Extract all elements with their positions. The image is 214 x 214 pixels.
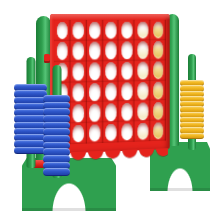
empty-hole bbox=[153, 62, 164, 79]
disc-rings bbox=[180, 80, 204, 138]
empty-hole bbox=[73, 22, 84, 39]
board-cell bbox=[87, 20, 103, 41]
board-cell bbox=[103, 81, 119, 102]
board-grid bbox=[54, 20, 166, 145]
board-cell bbox=[150, 40, 166, 60]
board-cell bbox=[54, 41, 70, 62]
empty-hole bbox=[137, 42, 148, 59]
empty-hole bbox=[105, 83, 116, 100]
empty-hole bbox=[137, 21, 148, 38]
board-cell bbox=[150, 60, 166, 80]
board-cell bbox=[70, 123, 86, 144]
empty-hole bbox=[121, 62, 132, 79]
empty-hole bbox=[121, 123, 132, 141]
empty-hole bbox=[153, 42, 164, 59]
board-cell bbox=[103, 122, 119, 143]
board-cell bbox=[150, 100, 166, 121]
board-cell bbox=[135, 40, 151, 60]
board-cell bbox=[119, 40, 135, 61]
board-cell bbox=[135, 121, 151, 142]
board-cell bbox=[135, 20, 151, 40]
board-cell bbox=[103, 20, 119, 41]
board-cell bbox=[119, 20, 135, 40]
board-cell bbox=[150, 20, 166, 40]
empty-hole bbox=[121, 82, 132, 99]
empty-hole bbox=[105, 42, 116, 59]
board-cell bbox=[70, 82, 86, 103]
board-cell bbox=[119, 101, 135, 122]
board-cell bbox=[135, 60, 151, 81]
board-cell bbox=[119, 121, 135, 142]
empty-hole bbox=[56, 22, 68, 40]
empty-hole bbox=[121, 103, 132, 120]
empty-hole bbox=[121, 42, 132, 59]
empty-hole bbox=[73, 63, 84, 81]
board-cell bbox=[70, 20, 86, 41]
empty-hole bbox=[89, 104, 100, 122]
board-cell bbox=[70, 102, 86, 123]
board-cell bbox=[87, 40, 103, 61]
empty-hole bbox=[137, 82, 148, 99]
empty-hole bbox=[105, 103, 116, 121]
board-cell bbox=[87, 81, 103, 102]
board-cell bbox=[54, 20, 70, 41]
board-cell bbox=[87, 122, 103, 143]
board-cell bbox=[135, 101, 151, 122]
blue-ring bbox=[43, 168, 70, 176]
empty-hole bbox=[105, 124, 116, 142]
board-cell bbox=[87, 61, 103, 82]
empty-hole bbox=[89, 42, 100, 59]
empty-hole bbox=[89, 124, 100, 142]
empty-hole bbox=[137, 123, 148, 140]
yellow-ring bbox=[180, 133, 204, 139]
empty-hole bbox=[105, 22, 116, 39]
empty-hole bbox=[121, 21, 132, 38]
empty-hole bbox=[89, 63, 100, 80]
blue-disc-stack-mid bbox=[43, 65, 70, 178]
board-cell bbox=[119, 60, 135, 81]
giant-connect-four-photo bbox=[0, 0, 214, 214]
empty-hole bbox=[153, 102, 164, 119]
board-cell bbox=[103, 102, 119, 123]
board-cell bbox=[87, 102, 103, 123]
yellow-disc-stack-right bbox=[180, 54, 204, 150]
empty-hole bbox=[105, 62, 116, 79]
empty-hole bbox=[137, 102, 148, 119]
empty-hole bbox=[137, 62, 148, 79]
empty-hole bbox=[56, 42, 68, 60]
board-cell bbox=[150, 80, 166, 101]
board-cell bbox=[119, 81, 135, 102]
empty-hole bbox=[73, 83, 84, 101]
empty-hole bbox=[153, 21, 164, 38]
board-cell bbox=[103, 61, 119, 82]
board-cell bbox=[70, 61, 86, 82]
board-cell bbox=[103, 40, 119, 61]
empty-hole bbox=[73, 104, 84, 122]
empty-hole bbox=[89, 83, 100, 101]
empty-hole bbox=[73, 42, 84, 59]
empty-hole bbox=[153, 82, 164, 99]
empty-hole bbox=[89, 22, 100, 39]
empty-hole bbox=[153, 122, 164, 139]
board-cell bbox=[70, 41, 86, 62]
empty-hole bbox=[73, 125, 84, 143]
board-cell bbox=[150, 120, 166, 141]
board-cell bbox=[135, 80, 151, 101]
disc-rings bbox=[43, 95, 70, 175]
